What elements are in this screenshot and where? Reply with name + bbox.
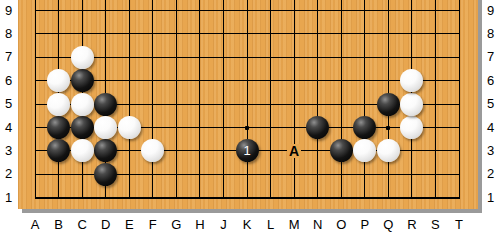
coord-left-5: 5 xyxy=(0,96,17,112)
stone-white-R4 xyxy=(400,116,423,139)
coord-right-1: 1 xyxy=(482,190,499,206)
stone-black-Q5 xyxy=(377,93,400,116)
grid-line-A xyxy=(35,0,36,199)
stone-white-C5 xyxy=(71,93,94,116)
stone-white-P3 xyxy=(353,139,376,162)
grid-line-N xyxy=(317,0,318,199)
coord-right-8: 8 xyxy=(482,26,499,42)
coord-bottom-S: S xyxy=(424,217,446,233)
grid-line-T xyxy=(459,0,460,199)
coord-left-8: 8 xyxy=(0,26,17,42)
coord-bottom-J: J xyxy=(212,217,234,233)
coord-bottom-H: H xyxy=(189,217,211,233)
stone-black-P4 xyxy=(353,116,376,139)
star-point-Q4 xyxy=(386,126,390,130)
coord-right-4: 4 xyxy=(482,120,499,136)
grid-line-L xyxy=(270,0,271,199)
coord-left-3: 3 xyxy=(0,143,17,159)
coord-bottom-P: P xyxy=(354,217,376,233)
stone-white-B5 xyxy=(47,93,70,116)
go-board[interactable]: 1A xyxy=(18,0,478,209)
coord-bottom-B: B xyxy=(48,217,70,233)
coord-left-6: 6 xyxy=(0,73,17,89)
stone-black-D5 xyxy=(94,93,117,116)
coord-left-2: 2 xyxy=(0,166,17,182)
coord-left-7: 7 xyxy=(0,49,17,65)
grid-line-F xyxy=(152,0,153,199)
star-point-K4 xyxy=(245,126,249,130)
grid-line-row-6 xyxy=(35,80,460,81)
stone-black-K3: 1 xyxy=(236,139,259,162)
grid-line-S xyxy=(435,0,436,199)
coord-bottom-A: A xyxy=(24,217,46,233)
stone-white-C3 xyxy=(71,139,94,162)
stone-black-D3 xyxy=(94,139,117,162)
coord-left-4: 4 xyxy=(0,120,17,136)
letter-label-A: A xyxy=(287,144,301,158)
coord-bottom-M: M xyxy=(283,217,305,233)
coord-bottom-O: O xyxy=(330,217,352,233)
stone-white-R6 xyxy=(400,69,423,92)
grid-line-row-8 xyxy=(35,33,460,34)
stone-white-D4 xyxy=(94,116,117,139)
stone-white-Q3 xyxy=(377,139,400,162)
coord-bottom-T: T xyxy=(448,217,470,233)
stone-white-R5 xyxy=(400,93,423,116)
grid-line-M xyxy=(294,0,295,199)
stone-white-B6 xyxy=(47,69,70,92)
grid-line-G xyxy=(176,0,177,199)
coord-bottom-R: R xyxy=(401,217,423,233)
grid-line-E xyxy=(129,0,130,199)
coord-bottom-K: K xyxy=(236,217,258,233)
coord-right-5: 5 xyxy=(482,96,499,112)
grid-line-J xyxy=(223,0,224,199)
grid-line-row-7 xyxy=(35,57,460,58)
coord-bottom-G: G xyxy=(165,217,187,233)
grid-line-O xyxy=(341,0,342,199)
stone-black-N4 xyxy=(306,116,329,139)
coord-right-2: 2 xyxy=(482,166,499,182)
grid-line-K xyxy=(247,0,248,199)
stone-black-B3 xyxy=(47,139,70,162)
coord-left-1: 1 xyxy=(0,190,17,206)
coord-bottom-N: N xyxy=(307,217,329,233)
coord-bottom-Q: Q xyxy=(377,217,399,233)
stone-black-C6 xyxy=(71,69,94,92)
go-diagram-screen: 1A 987654321 987654321 ABCDEFGHJKLMNOPQR… xyxy=(0,0,500,236)
stone-white-C7 xyxy=(71,46,94,69)
coord-bottom-D: D xyxy=(95,217,117,233)
coord-bottom-L: L xyxy=(260,217,282,233)
stone-black-D2 xyxy=(94,163,117,186)
stone-black-C4 xyxy=(71,116,94,139)
coord-left-9: 9 xyxy=(0,3,17,19)
coord-right-7: 7 xyxy=(482,49,499,65)
coord-bottom-F: F xyxy=(142,217,164,233)
stone-black-O3 xyxy=(330,139,353,162)
grid-line-P xyxy=(364,0,365,199)
stone-black-B4 xyxy=(47,116,70,139)
stone-white-E4 xyxy=(118,116,141,139)
coord-bottom-C: C xyxy=(71,217,93,233)
move-number-label: 1 xyxy=(236,139,259,162)
coord-bottom-E: E xyxy=(118,217,140,233)
stone-white-F3 xyxy=(141,139,164,162)
grid-line-row-1 xyxy=(35,197,460,199)
coord-right-9: 9 xyxy=(482,3,499,19)
grid-line-row-9 xyxy=(35,10,460,11)
grid-line-H xyxy=(199,0,200,199)
board-shadow-bottom xyxy=(22,209,482,213)
coord-right-6: 6 xyxy=(482,73,499,89)
coord-right-3: 3 xyxy=(482,143,499,159)
